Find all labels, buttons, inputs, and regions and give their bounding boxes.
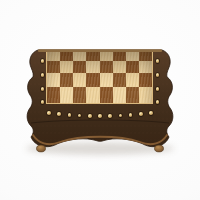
- brass-stud-icon: [88, 114, 92, 118]
- brass-stud-icon: [149, 111, 153, 115]
- board-square: [73, 61, 86, 73]
- board-square: [47, 87, 60, 103]
- board-square: [47, 73, 60, 87]
- board-square: [139, 73, 152, 87]
- brass-stud-icon: [68, 113, 72, 117]
- board-square: [86, 52, 99, 61]
- brass-stud-icon: [156, 87, 160, 91]
- board-square: [60, 87, 73, 103]
- board-square: [113, 61, 126, 73]
- brass-stud-icon: [47, 111, 51, 115]
- brass-stud-icon: [108, 114, 112, 118]
- brass-stud-icon: [41, 87, 45, 91]
- brass-stud-icon: [139, 112, 143, 116]
- brass-stud-icon: [156, 59, 160, 63]
- brass-stud-icon: [57, 112, 61, 116]
- board-square: [86, 61, 99, 73]
- board-square: [100, 73, 113, 87]
- board-square: [126, 61, 139, 73]
- board-square: [60, 61, 73, 73]
- board-square: [73, 52, 86, 61]
- board-square: [47, 61, 60, 73]
- board-square: [113, 52, 126, 61]
- board-square: [47, 52, 60, 61]
- board-square: [100, 87, 113, 103]
- brass-stud-icon: [41, 100, 45, 104]
- board-square: [60, 52, 73, 61]
- board-square: [139, 61, 152, 73]
- brass-stud-icon: [129, 113, 133, 117]
- brass-stud-icon: [156, 73, 160, 77]
- board-square: [86, 87, 99, 103]
- board-square: [139, 52, 152, 61]
- bracket-foot-icon: [155, 145, 164, 152]
- board-square: [100, 52, 113, 61]
- board-square: [126, 73, 139, 87]
- board-square: [73, 73, 86, 87]
- board-square: [73, 87, 86, 103]
- bracket-foot-icon: [37, 145, 46, 152]
- board-square: [139, 87, 152, 103]
- board-square: [60, 73, 73, 87]
- board-square: [86, 73, 99, 87]
- chessboard: [46, 52, 153, 104]
- board-square: [100, 61, 113, 73]
- board-square: [126, 52, 139, 61]
- chess-backgammon-case-photo: [0, 0, 200, 200]
- brass-stud-icon: [41, 73, 45, 77]
- board-square: [113, 73, 126, 87]
- board-square: [113, 87, 126, 103]
- brass-stud-icon: [156, 100, 160, 104]
- board-square: [126, 87, 139, 103]
- brass-stud-icon: [41, 59, 45, 63]
- brass-stud-icon: [98, 114, 102, 118]
